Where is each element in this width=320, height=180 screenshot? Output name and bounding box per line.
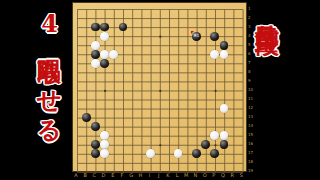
intersection-C17[interactable] — [91, 23, 100, 32]
column-label-E: E — [108, 172, 117, 179]
intersection-R8[interactable] — [219, 104, 228, 113]
black-stone-Q3 — [210, 149, 219, 158]
row-label-18: 18 — [248, 157, 255, 166]
column-label-G: G — [127, 172, 136, 179]
intersection-C14[interactable] — [91, 50, 100, 59]
column-label-A: A — [71, 172, 80, 179]
column-label-K: K — [163, 172, 172, 179]
column-label-Q: Q — [218, 172, 227, 179]
row-coordinates: 12345678910111213141516171819 — [248, 4, 255, 176]
white-stone-D16 — [100, 32, 109, 41]
intersection-C15[interactable] — [91, 41, 100, 50]
intersection-Q14[interactable] — [210, 50, 219, 59]
intersection-D5[interactable] — [100, 131, 109, 140]
white-stone-M3 — [174, 149, 183, 158]
white-stone-C15 — [91, 41, 100, 50]
black-stone-B7 — [82, 113, 91, 122]
column-label-D: D — [99, 172, 108, 179]
row-label-3: 3 — [248, 22, 255, 31]
row-label-11: 11 — [248, 94, 255, 103]
intersection-C4[interactable] — [91, 140, 100, 149]
stone-layer: 91 — [72, 5, 247, 177]
white-stone-R14 — [220, 50, 229, 59]
row-label-4: 4 — [248, 31, 255, 40]
row-label-6: 6 — [248, 49, 255, 58]
intersection-J3[interactable] — [146, 149, 155, 158]
move-number-label: 91 — [194, 34, 200, 39]
column-label-N: N — [191, 172, 200, 179]
black-stone-C4 — [91, 140, 100, 149]
row-label-15: 15 — [248, 130, 255, 139]
white-stone-R8 — [220, 104, 229, 113]
right-caption: 仲邑菫二段 — [255, 6, 279, 14]
column-label-I: I — [145, 172, 154, 179]
black-stone-F17 — [119, 23, 128, 32]
left-caption: 4隅取らせる — [37, 9, 61, 132]
row-label-8: 8 — [248, 67, 255, 76]
intersection-Q3[interactable] — [210, 149, 219, 158]
column-label-O: O — [200, 172, 209, 179]
intersection-R5[interactable] — [219, 131, 228, 140]
intersection-D4[interactable] — [100, 140, 109, 149]
column-coordinates: ABCDEFGHIJKLMNOPQRS — [71, 172, 246, 179]
black-stone-C6 — [91, 122, 100, 131]
intersection-C6[interactable] — [91, 122, 100, 131]
column-label-H: H — [136, 172, 145, 179]
white-stone-C13 — [91, 59, 100, 68]
intersection-O3[interactable] — [192, 149, 201, 158]
row-label-16: 16 — [248, 139, 255, 148]
row-label-14: 14 — [248, 121, 255, 130]
column-label-F: F — [117, 172, 126, 179]
intersection-M3[interactable] — [173, 149, 182, 158]
row-label-7: 7 — [248, 58, 255, 67]
white-stone-D3 — [100, 149, 109, 158]
column-label-R: R — [228, 172, 237, 179]
black-stone-O16: 91 — [192, 32, 201, 41]
intersection-D14[interactable] — [100, 50, 109, 59]
row-label-19: 19 — [248, 166, 255, 175]
black-stone-C17 — [91, 23, 100, 32]
black-stone-P4 — [201, 140, 210, 149]
intersection-C3[interactable] — [91, 149, 100, 158]
intersection-D3[interactable] — [100, 149, 109, 158]
intersection-E14[interactable] — [109, 50, 118, 59]
intersection-D16[interactable] — [100, 32, 109, 41]
white-stone-E14 — [109, 50, 118, 59]
white-stone-Q14 — [210, 50, 219, 59]
column-label-P: P — [209, 172, 218, 179]
column-label-S: S — [237, 172, 246, 179]
white-stone-D14 — [100, 50, 109, 59]
white-stone-Q5 — [210, 131, 219, 140]
intersection-D17[interactable] — [100, 23, 109, 32]
column-label-L: L — [172, 172, 181, 179]
intersection-O16[interactable]: 91 — [192, 32, 201, 41]
black-stone-Q16 — [210, 32, 219, 41]
intersection-P4[interactable] — [201, 140, 210, 149]
intersection-R15[interactable] — [219, 41, 228, 50]
intersection-Q16[interactable] — [210, 32, 219, 41]
column-label-C: C — [90, 172, 99, 179]
column-label-J: J — [154, 172, 163, 179]
intersection-R4[interactable] — [219, 140, 228, 149]
black-stone-D17 — [100, 23, 109, 32]
row-label-10: 10 — [248, 85, 255, 94]
black-stone-D13 — [100, 59, 109, 68]
intersection-F17[interactable] — [118, 23, 127, 32]
column-label-B: B — [81, 172, 90, 179]
white-stone-R5 — [220, 131, 229, 140]
white-stone-D4 — [100, 140, 109, 149]
video-frame: 4隅取らせる 91 ABCDEFGHIJKLMNOPQRS 1234567891… — [0, 0, 320, 180]
black-stone-R4 — [220, 140, 229, 149]
go-board[interactable]: 91 — [72, 2, 247, 172]
row-label-12: 12 — [248, 103, 255, 112]
column-label-M: M — [182, 172, 191, 179]
row-label-17: 17 — [248, 148, 255, 157]
intersection-B7[interactable] — [82, 113, 91, 122]
row-label-9: 9 — [248, 76, 255, 85]
intersection-C13[interactable] — [91, 59, 100, 68]
white-stone-D5 — [100, 131, 109, 140]
black-stone-O3 — [192, 149, 201, 158]
black-stone-C3 — [91, 149, 100, 158]
row-label-5: 5 — [248, 40, 255, 49]
intersection-D13[interactable] — [100, 59, 109, 68]
black-stone-C14 — [91, 50, 100, 59]
white-stone-J3 — [146, 149, 155, 158]
row-label-13: 13 — [248, 112, 255, 121]
intersection-R14[interactable] — [219, 50, 228, 59]
intersection-Q5[interactable] — [210, 131, 219, 140]
black-stone-R15 — [220, 41, 229, 50]
